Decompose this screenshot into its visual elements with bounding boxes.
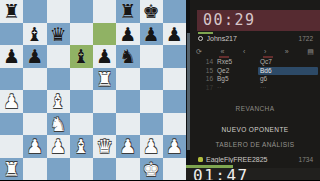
opponent-clock: 00:29 <box>197 10 320 31</box>
square-g5[interactable] <box>140 68 163 91</box>
square-b8[interactable] <box>23 0 46 23</box>
square-a6[interactable]: ♟ <box>0 45 23 68</box>
square-a8[interactable]: ♜ <box>0 0 23 23</box>
new-opponent-button[interactable]: NUEVO OPONENTE <box>190 126 320 133</box>
move-number: 15 <box>204 67 213 76</box>
black-move[interactable]: Qc7 <box>258 58 318 67</box>
square-d7[interactable] <box>70 23 93 46</box>
square-b4[interactable] <box>23 90 46 113</box>
square-g4[interactable] <box>140 90 163 113</box>
white-bishop[interactable]: ♝ <box>47 90 70 113</box>
square-d2[interactable]: ♝ <box>70 135 93 158</box>
square-c2[interactable]: ♟ <box>47 135 70 158</box>
square-h5[interactable] <box>163 68 186 91</box>
opponent-name: Johns217 <box>207 35 299 42</box>
square-c6[interactable] <box>47 45 70 68</box>
last-move-icon[interactable]: » <box>285 48 289 55</box>
square-h2[interactable]: ♟ <box>163 135 186 158</box>
square-g1[interactable]: ♚ <box>140 158 163 181</box>
square-b2[interactable]: ♟ <box>23 135 46 158</box>
player-name: EagleFlyFREE2825 <box>206 156 299 163</box>
opponent-row[interactable]: Johns217 1722 <box>190 33 320 44</box>
square-d4[interactable] <box>70 90 93 113</box>
square-e2[interactable]: ♛ <box>93 135 116 158</box>
move-nav-bar: ⟳ « ‹ › » ▤ <box>196 45 314 57</box>
square-f3[interactable] <box>116 113 139 136</box>
black-move[interactable]: Bd6 <box>258 67 318 76</box>
player-row[interactable]: EagleFlyFREE2825 1734 <box>190 154 320 165</box>
black-pawn[interactable]: ♟ <box>93 45 116 68</box>
analysis-board-button[interactable]: TABLERO DE ANÁLISIS <box>190 141 320 148</box>
square-g7[interactable]: ♟ <box>140 23 163 46</box>
black-king[interactable]: ♚ <box>140 0 163 23</box>
square-e1[interactable] <box>93 158 116 181</box>
white-move[interactable]: ·· <box>217 84 255 93</box>
square-c4[interactable]: ♝ <box>47 90 70 113</box>
square-a1[interactable]: ♜ <box>0 158 23 181</box>
square-b5[interactable] <box>23 68 46 91</box>
move-row-16: 16Bg5g6 <box>190 75 320 84</box>
square-h7[interactable]: ♟ <box>163 23 186 46</box>
square-d1[interactable] <box>70 158 93 181</box>
black-bishop[interactable]: ♝ <box>70 45 93 68</box>
online-status-icon <box>198 157 203 162</box>
square-f8[interactable]: ♜ <box>116 0 139 23</box>
white-pawn[interactable]: ♟ <box>140 135 163 158</box>
square-d6[interactable]: ♝ <box>70 45 93 68</box>
white-move[interactable]: Bg5 <box>217 75 255 84</box>
square-f4[interactable] <box>116 90 139 113</box>
black-pawn[interactable]: ♟ <box>116 23 139 46</box>
square-f6[interactable]: ♞ <box>116 45 139 68</box>
square-d3[interactable] <box>70 113 93 136</box>
white-pawn[interactable]: ♟ <box>47 135 70 158</box>
analysis-icon[interactable]: ▤ <box>307 48 314 55</box>
square-e7[interactable] <box>93 23 116 46</box>
square-d5[interactable] <box>70 68 93 91</box>
offline-status-icon <box>198 36 203 41</box>
white-knight[interactable]: ♞ <box>47 113 70 136</box>
square-g6[interactable] <box>140 45 163 68</box>
square-h8[interactable] <box>163 0 186 23</box>
move-row-15: 15Qe2Bd6 <box>190 67 320 76</box>
square-c5[interactable] <box>47 68 70 91</box>
square-g2[interactable]: ♟ <box>140 135 163 158</box>
square-h6[interactable] <box>163 45 186 68</box>
square-h3[interactable] <box>163 113 186 136</box>
white-move[interactable]: Rxe5 <box>217 58 255 67</box>
white-rook[interactable]: ♜ <box>93 68 116 91</box>
first-move-icon[interactable]: « <box>220 48 224 55</box>
square-f1[interactable] <box>116 158 139 181</box>
white-pawn[interactable]: ♟ <box>163 135 186 158</box>
square-g8[interactable]: ♚ <box>140 0 163 23</box>
player-clock: 01:47 <box>186 168 320 180</box>
square-b6[interactable]: ♟ <box>23 45 46 68</box>
black-rook[interactable]: ♜ <box>0 0 23 23</box>
move-row-17: 17····· <box>190 84 320 93</box>
white-queen[interactable]: ♛ <box>93 135 116 158</box>
white-pawn[interactable]: ♟ <box>116 135 139 158</box>
black-move[interactable]: g6 <box>258 75 318 84</box>
black-pawn[interactable]: ♟ <box>0 45 23 68</box>
square-b7[interactable]: ♝ <box>23 23 46 46</box>
flip-board-icon[interactable]: ⟳ <box>196 48 202 55</box>
black-rook[interactable]: ♜ <box>116 0 139 23</box>
square-e4[interactable] <box>93 90 116 113</box>
square-a2[interactable] <box>0 135 23 158</box>
square-h1[interactable] <box>163 158 186 181</box>
move-number: 16 <box>204 75 213 84</box>
square-f5[interactable] <box>116 68 139 91</box>
square-d8[interactable] <box>70 0 93 23</box>
square-a4[interactable]: ♟ <box>0 90 23 113</box>
black-queen[interactable]: ♛ <box>47 23 70 46</box>
opponent-rating: 1722 <box>299 35 313 42</box>
next-move-icon[interactable]: › <box>264 48 266 55</box>
black-move[interactable]: ··· <box>258 84 318 93</box>
square-b3[interactable] <box>23 113 46 136</box>
square-e5[interactable]: ♜ <box>93 68 116 91</box>
player-rating: 1734 <box>299 156 313 163</box>
black-pawn[interactable]: ♟ <box>23 45 46 68</box>
square-a5[interactable] <box>0 68 23 91</box>
square-e8[interactable] <box>93 0 116 23</box>
square-c1[interactable] <box>47 158 70 181</box>
square-b1[interactable] <box>23 158 46 181</box>
square-a7[interactable] <box>0 23 23 46</box>
white-pawn[interactable]: ♟ <box>0 90 23 113</box>
rematch-button[interactable]: REVANCHA <box>190 105 320 112</box>
move-row-14: 14Rxe5Qc7 <box>190 58 320 67</box>
chess-board[interactable]: ♜♜♚♝♛♟♟♟♟♟♝♟♞♜♟♝♞♟♟♝♛♟♟♟♜♚ <box>0 0 186 180</box>
square-a3[interactable] <box>0 113 23 136</box>
black-pawn[interactable]: ♟ <box>140 23 163 46</box>
square-g3[interactable] <box>140 113 163 136</box>
white-rook[interactable]: ♜ <box>0 158 23 181</box>
move-number: 17 <box>204 84 213 93</box>
prev-move-icon[interactable]: ‹ <box>243 48 245 55</box>
square-c3[interactable]: ♞ <box>47 113 70 136</box>
square-h4[interactable] <box>163 90 186 113</box>
square-c8[interactable] <box>47 0 70 23</box>
white-bishop[interactable]: ♝ <box>70 135 93 158</box>
square-e3[interactable] <box>93 113 116 136</box>
white-pawn[interactable]: ♟ <box>23 135 46 158</box>
black-pawn[interactable]: ♟ <box>163 23 186 46</box>
black-bishop[interactable]: ♝ <box>23 23 46 46</box>
square-e6[interactable]: ♟ <box>93 45 116 68</box>
move-list: 14Rxe5Qc715Qe2Bd616Bg5g617····· <box>190 58 320 94</box>
game-screen: ♜♜♚♝♛♟♟♟♟♟♝♟♞♜♟♝♞♟♟♝♛♟♟♟♜♚ 00:29 Johns21… <box>0 0 320 180</box>
white-move[interactable]: Qe2 <box>217 67 255 76</box>
square-f2[interactable]: ♟ <box>116 135 139 158</box>
black-knight[interactable]: ♞ <box>116 45 139 68</box>
side-panel: 00:29 Johns217 1722 ⟳ « ‹ › » ▤ 14Rxe5Qc… <box>190 0 320 180</box>
white-king[interactable]: ♚ <box>140 158 163 181</box>
square-f7[interactable]: ♟ <box>116 23 139 46</box>
square-c7[interactable]: ♛ <box>47 23 70 46</box>
move-number: 14 <box>204 58 213 67</box>
